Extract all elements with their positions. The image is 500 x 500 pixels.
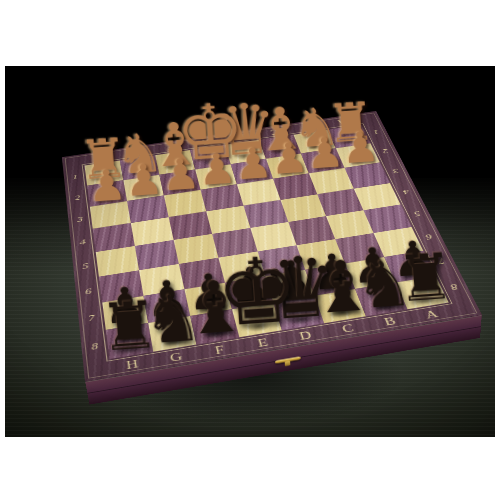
scene: ♜♞♝♚♛♝♞♜♟♟♟♟♟♟♟♟♟♟♟♟♟♟♟♟♜♞♝♚♛♝♞♜ HGFEDCB… — [5, 66, 495, 437]
piece-glyph: ♟ — [269, 135, 310, 180]
piece-glyph: ♟ — [233, 141, 274, 186]
square-h4 — [93, 222, 135, 251]
chess-board: ♜♞♝♚♛♝♞♜♟♟♟♟♟♟♟♟♟♟♟♟♟♟♟♟♜♞♝♚♛♝♞♜ HGFEDCB… — [62, 111, 482, 381]
latch-stem — [285, 360, 291, 366]
square-g3 — [127, 195, 169, 222]
piece-glyph: ♟ — [123, 157, 164, 202]
piece-glyph: ♟ — [86, 162, 127, 207]
square-e3 — [200, 184, 243, 211]
photo-background: ♜♞♝♚♛♝♞♜♟♟♟♟♟♟♟♟♟♟♟♟♟♟♟♟♜♞♝♚♛♝♞♜ HGFEDCB… — [5, 66, 495, 437]
piece-glyph: ♟ — [160, 151, 201, 196]
brass-latch — [274, 354, 302, 367]
rank-label-left-2: 2 — [65, 185, 90, 209]
rank-label-left-3: 3 — [67, 206, 92, 232]
piece-glyph: ♜ — [97, 290, 160, 360]
piece-glyph: ♟ — [305, 130, 345, 174]
rank-label-left-5: 5 — [72, 252, 99, 280]
square-h3 — [90, 201, 131, 229]
piece-glyph: ♟ — [197, 146, 238, 191]
